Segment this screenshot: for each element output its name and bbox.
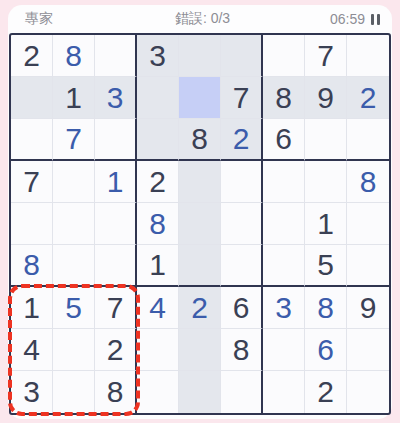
sudoku-cell-r2c7[interactable]: 8 — [263, 77, 305, 119]
sudoku-cell-r1c4[interactable]: 3 — [137, 35, 179, 77]
user-digit: 2 — [191, 293, 208, 323]
given-digit: 1 — [65, 83, 82, 113]
user-digit: 3 — [107, 83, 124, 113]
pause-icon[interactable] — [371, 14, 380, 25]
difficulty-label: 專家 — [25, 10, 136, 28]
sudoku-cell-r8c2[interactable] — [53, 329, 95, 371]
sudoku-cell-r8c7[interactable] — [263, 329, 305, 371]
given-digit: 1 — [317, 209, 334, 239]
sudoku-cell-r5c8[interactable]: 1 — [305, 203, 347, 245]
sudoku-cell-r8c8[interactable]: 6 — [305, 329, 347, 371]
given-digit: 5 — [317, 250, 334, 280]
sudoku-cell-r7c8[interactable]: 8 — [305, 287, 347, 329]
sudoku-cell-r6c9[interactable] — [347, 245, 389, 287]
sudoku-cell-r4c8[interactable] — [305, 161, 347, 203]
sudoku-cell-r9c5[interactable] — [179, 371, 221, 413]
given-digit: 4 — [23, 335, 40, 365]
user-digit: 8 — [23, 250, 40, 280]
given-digit: 6 — [233, 293, 250, 323]
given-digit: 7 — [23, 167, 40, 197]
sudoku-cell-r6c7[interactable] — [263, 245, 305, 287]
sudoku-cell-r2c3[interactable]: 3 — [95, 77, 137, 119]
sudoku-cell-r8c5[interactable] — [179, 329, 221, 371]
given-digit: 2 — [317, 377, 334, 407]
sudoku-cell-r9c8[interactable]: 2 — [305, 371, 347, 413]
user-digit: 8 — [65, 41, 82, 71]
given-digit: 2 — [23, 41, 40, 71]
sudoku-cell-r1c9[interactable] — [347, 35, 389, 77]
user-digit: 5 — [65, 293, 82, 323]
sudoku-cell-r7c6[interactable]: 6 — [221, 287, 263, 329]
sudoku-cell-r5c4[interactable]: 8 — [137, 203, 179, 245]
user-digit: 8 — [149, 209, 166, 239]
given-digit: 8 — [233, 335, 250, 365]
sudoku-board: 283713789278267128818151574263894286382 — [9, 33, 391, 415]
user-digit: 6 — [317, 335, 334, 365]
sudoku-cell-r4c4[interactable]: 2 — [137, 161, 179, 203]
sudoku-cell-r4c5[interactable] — [179, 161, 221, 203]
given-digit: 7 — [233, 83, 250, 113]
user-digit: 7 — [65, 124, 82, 154]
given-digit: 8 — [191, 124, 208, 154]
sudoku-cell-r1c7[interactable] — [263, 35, 305, 77]
sudoku-cell-r3c2[interactable]: 7 — [53, 119, 95, 161]
sudoku-cell-r2c6[interactable]: 7 — [221, 77, 263, 119]
sudoku-cell-r3c4[interactable] — [137, 119, 179, 161]
sudoku-cell-r7c4[interactable]: 4 — [137, 287, 179, 329]
sudoku-cell-r9c4[interactable] — [137, 371, 179, 413]
sudoku-cell-r3c7[interactable]: 6 — [263, 119, 305, 161]
sudoku-cell-r9c9[interactable] — [347, 371, 389, 413]
given-digit: 3 — [149, 41, 166, 71]
sudoku-cell-r8c4[interactable] — [137, 329, 179, 371]
sudoku-cell-r4c7[interactable] — [263, 161, 305, 203]
sudoku-cell-r4c1[interactable]: 7 — [11, 161, 53, 203]
sudoku-cell-r7c3[interactable]: 7 — [95, 287, 137, 329]
sudoku-cell-r9c2[interactable] — [53, 371, 95, 413]
sudoku-cell-r2c8[interactable]: 9 — [305, 77, 347, 119]
given-digit: 9 — [360, 293, 377, 323]
sudoku-cell-r3c5[interactable]: 8 — [179, 119, 221, 161]
mistakes-counter: 錯誤: 0/3 — [136, 10, 269, 28]
given-digit: 7 — [107, 293, 124, 323]
sudoku-cell-r5c7[interactable] — [263, 203, 305, 245]
sudoku-cell-r7c2[interactable]: 5 — [53, 287, 95, 329]
given-digit: 2 — [149, 167, 166, 197]
sudoku-cell-r2c5[interactable] — [179, 77, 221, 119]
sudoku-cell-r1c6[interactable] — [221, 35, 263, 77]
sudoku-cell-r6c1[interactable]: 8 — [11, 245, 53, 287]
sudoku-cell-r4c9[interactable]: 8 — [347, 161, 389, 203]
sudoku-cell-r5c6[interactable] — [221, 203, 263, 245]
sudoku-cell-r9c6[interactable] — [221, 371, 263, 413]
sudoku-cell-r8c1[interactable]: 4 — [11, 329, 53, 371]
sudoku-cell-r1c8[interactable]: 7 — [305, 35, 347, 77]
sudoku-cell-r8c6[interactable]: 8 — [221, 329, 263, 371]
sudoku-cell-r3c3[interactable] — [95, 119, 137, 161]
sudoku-cell-r5c2[interactable] — [53, 203, 95, 245]
sudoku-cell-r5c1[interactable] — [11, 203, 53, 245]
sudoku-cell-r1c2[interactable]: 8 — [53, 35, 95, 77]
user-digit: 1 — [107, 167, 124, 197]
given-digit: 2 — [107, 335, 124, 365]
sudoku-cell-r6c3[interactable] — [95, 245, 137, 287]
sudoku-cell-r3c8[interactable] — [305, 119, 347, 161]
timer: 06:59 — [330, 11, 365, 27]
sudoku-cell-r1c1[interactable]: 2 — [11, 35, 53, 77]
sudoku-cell-r3c9[interactable] — [347, 119, 389, 161]
given-digit: 9 — [317, 83, 334, 113]
sudoku-cell-r7c9[interactable]: 9 — [347, 287, 389, 329]
sudoku-cell-r1c5[interactable] — [179, 35, 221, 77]
given-digit: 8 — [107, 377, 124, 407]
sudoku-cell-r2c1[interactable] — [11, 77, 53, 119]
game-header: 專家 錯誤: 0/3 06:59 — [8, 5, 392, 33]
sudoku-cell-r9c7[interactable] — [263, 371, 305, 413]
sudoku-cell-r2c4[interactable] — [137, 77, 179, 119]
given-digit: 3 — [23, 377, 40, 407]
sudoku-cell-r2c9[interactable]: 2 — [347, 77, 389, 119]
sudoku-cell-r7c1[interactable]: 1 — [11, 287, 53, 329]
sudoku-cell-r4c2[interactable] — [53, 161, 95, 203]
given-digit: 6 — [275, 124, 292, 154]
user-digit: 3 — [275, 293, 292, 323]
sudoku-cell-r4c6[interactable] — [221, 161, 263, 203]
user-digit: 4 — [149, 293, 166, 323]
sudoku-cell-r1c3[interactable] — [95, 35, 137, 77]
sudoku-cell-r2c2[interactable]: 1 — [53, 77, 95, 119]
sudoku-cell-r5c9[interactable] — [347, 203, 389, 245]
sudoku-cell-r3c1[interactable] — [11, 119, 53, 161]
user-digit: 8 — [360, 167, 377, 197]
sudoku-cell-r6c8[interactable]: 5 — [305, 245, 347, 287]
sudoku-cell-r5c5[interactable] — [179, 203, 221, 245]
sudoku-cell-r9c1[interactable]: 3 — [11, 371, 53, 413]
sudoku-cell-r7c5[interactable]: 2 — [179, 287, 221, 329]
sudoku-cell-r8c3[interactable]: 2 — [95, 329, 137, 371]
sudoku-cell-r6c4[interactable]: 1 — [137, 245, 179, 287]
sudoku-cell-r3c6[interactable]: 2 — [221, 119, 263, 161]
user-digit: 2 — [233, 124, 250, 154]
game-card: 專家 錯誤: 0/3 06:59 28371378927826712881815… — [8, 5, 392, 419]
user-digit: 8 — [317, 293, 334, 323]
sudoku-cell-r5c3[interactable] — [95, 203, 137, 245]
given-digit: 1 — [149, 250, 166, 280]
sudoku-cell-r9c3[interactable]: 8 — [95, 371, 137, 413]
given-digit: 8 — [275, 83, 292, 113]
sudoku-cell-r6c2[interactable] — [53, 245, 95, 287]
user-digit: 2 — [360, 83, 377, 113]
given-digit: 1 — [23, 293, 40, 323]
sudoku-cell-r8c9[interactable] — [347, 329, 389, 371]
sudoku-cell-r4c3[interactable]: 1 — [95, 161, 137, 203]
given-digit: 7 — [317, 41, 334, 71]
sudoku-cell-r6c5[interactable] — [179, 245, 221, 287]
sudoku-cell-r6c6[interactable] — [221, 245, 263, 287]
sudoku-cell-r7c7[interactable]: 3 — [263, 287, 305, 329]
